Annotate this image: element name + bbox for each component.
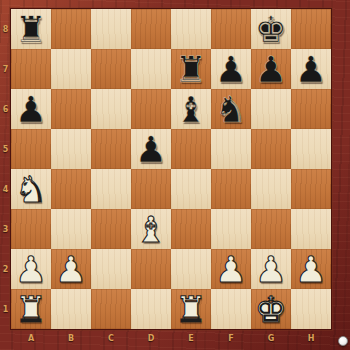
white-rook-a1[interactable]: ♜ [11,289,51,329]
file-label-a: A [11,331,51,350]
square-b3[interactable] [51,209,91,249]
chess-board-frame: 87654321 ♜♚♜♟♟♟♟♝♞♟♞♝♟♟♟♟♟♜♜♚ ABCDEFGH [0,0,350,350]
white-pawn-b2[interactable]: ♟ [51,249,91,289]
rank-label-2: 2 [0,249,11,289]
square-f7[interactable]: ♟ [211,49,251,89]
square-f2[interactable]: ♟ [211,249,251,289]
square-h5[interactable] [291,129,331,169]
square-f5[interactable] [211,129,251,169]
square-a3[interactable] [11,209,51,249]
square-b2[interactable]: ♟ [51,249,91,289]
rank-label-1: 1 [0,289,11,329]
square-a4[interactable]: ♞ [11,169,51,209]
square-e7[interactable]: ♜ [171,49,211,89]
square-h4[interactable] [291,169,331,209]
square-f3[interactable] [211,209,251,249]
square-c1[interactable] [91,289,131,329]
square-f1[interactable] [211,289,251,329]
rank-labels: 87654321 [0,9,11,329]
chess-board: ♜♚♜♟♟♟♟♝♞♟♞♝♟♟♟♟♟♜♜♚ [11,9,331,329]
square-c4[interactable] [91,169,131,209]
rank-label-4: 4 [0,169,11,209]
file-label-f: F [211,331,251,350]
rank-label-3: 3 [0,209,11,249]
square-h2[interactable]: ♟ [291,249,331,289]
file-labels: ABCDEFGH [11,331,331,350]
square-d5[interactable]: ♟ [131,129,171,169]
square-d6[interactable] [131,89,171,129]
square-g3[interactable] [251,209,291,249]
rank-label-6: 6 [0,89,11,129]
rank-label-8: 8 [0,9,11,49]
square-b1[interactable] [51,289,91,329]
square-e1[interactable]: ♜ [171,289,211,329]
file-label-b: B [51,331,91,350]
black-pawn-g7[interactable]: ♟ [251,49,291,89]
square-b4[interactable] [51,169,91,209]
square-d7[interactable] [131,49,171,89]
square-g1[interactable]: ♚ [251,289,291,329]
square-a8[interactable]: ♜ [11,9,51,49]
square-g5[interactable] [251,129,291,169]
square-g2[interactable]: ♟ [251,249,291,289]
black-pawn-f7[interactable]: ♟ [211,49,251,89]
black-king-g8[interactable]: ♚ [251,9,291,49]
file-label-e: E [171,331,211,350]
square-c3[interactable] [91,209,131,249]
white-to-move-indicator [338,336,348,346]
square-c8[interactable] [91,9,131,49]
square-e3[interactable] [171,209,211,249]
square-g7[interactable]: ♟ [251,49,291,89]
square-e5[interactable] [171,129,211,169]
square-h7[interactable]: ♟ [291,49,331,89]
square-d4[interactable] [131,169,171,209]
square-d1[interactable] [131,289,171,329]
square-c2[interactable] [91,249,131,289]
square-b6[interactable] [51,89,91,129]
square-a2[interactable]: ♟ [11,249,51,289]
square-g8[interactable]: ♚ [251,9,291,49]
square-f6[interactable]: ♞ [211,89,251,129]
black-pawn-a6[interactable]: ♟ [11,89,51,129]
square-a7[interactable] [11,49,51,89]
square-d8[interactable] [131,9,171,49]
square-d2[interactable] [131,249,171,289]
black-bishop-e6[interactable]: ♝ [171,89,211,129]
square-a1[interactable]: ♜ [11,289,51,329]
square-c7[interactable] [91,49,131,89]
square-g4[interactable] [251,169,291,209]
square-a6[interactable]: ♟ [11,89,51,129]
black-pawn-d5[interactable]: ♟ [131,129,171,169]
square-h6[interactable] [291,89,331,129]
black-rook-a8[interactable]: ♜ [11,9,51,49]
white-pawn-g2[interactable]: ♟ [251,249,291,289]
square-d3[interactable]: ♝ [131,209,171,249]
square-h8[interactable] [291,9,331,49]
square-b5[interactable] [51,129,91,169]
rank-label-5: 5 [0,129,11,169]
square-c5[interactable] [91,129,131,169]
square-e6[interactable]: ♝ [171,89,211,129]
white-knight-a4[interactable]: ♞ [11,169,51,209]
square-a5[interactable] [11,129,51,169]
white-rook-e1[interactable]: ♜ [171,289,211,329]
square-b8[interactable] [51,9,91,49]
rank-label-7: 7 [0,49,11,89]
file-label-g: G [251,331,291,350]
square-f8[interactable] [211,9,251,49]
black-pawn-h7[interactable]: ♟ [291,49,331,89]
square-e4[interactable] [171,169,211,209]
file-label-c: C [91,331,131,350]
white-bishop-d3[interactable]: ♝ [131,209,171,249]
file-label-h: H [291,331,331,350]
white-king-g1[interactable]: ♚ [251,289,291,329]
square-h1[interactable] [291,289,331,329]
square-e2[interactable] [171,249,211,289]
white-pawn-a2[interactable]: ♟ [11,249,51,289]
black-rook-e7[interactable]: ♜ [171,49,211,89]
file-label-d: D [131,331,171,350]
square-b7[interactable] [51,49,91,89]
square-g6[interactable] [251,89,291,129]
white-pawn-h2[interactable]: ♟ [291,249,331,289]
white-pawn-f2[interactable]: ♟ [211,249,251,289]
square-f4[interactable] [211,169,251,209]
square-h3[interactable] [291,209,331,249]
black-knight-f6[interactable]: ♞ [211,89,251,129]
square-e8[interactable] [171,9,211,49]
square-c6[interactable] [91,89,131,129]
